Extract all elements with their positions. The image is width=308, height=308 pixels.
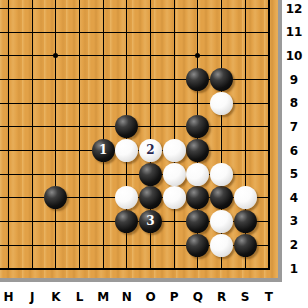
coord-label-s: S — [233, 289, 257, 305]
stone-black-s3 — [234, 210, 257, 233]
coord-label-5: 5 — [282, 166, 306, 182]
coord-label-r: R — [210, 289, 234, 305]
coord-label-l: L — [68, 289, 92, 305]
coord-label-n: N — [115, 289, 139, 305]
stone-black-q6 — [186, 139, 209, 162]
coord-label-p: P — [162, 289, 186, 305]
stone-white-p6 — [163, 139, 186, 162]
coord-label-k: K — [44, 289, 68, 305]
stone-black-q2 — [186, 234, 209, 257]
star-point — [53, 53, 58, 58]
grid-line — [79, 0, 80, 270]
stone-black-o3: 3 — [139, 210, 162, 233]
coord-label-9: 9 — [282, 72, 306, 88]
stone-white-p5 — [163, 163, 186, 186]
grid-line — [103, 0, 104, 270]
stone-black-s2 — [234, 234, 257, 257]
stone-white-r3 — [210, 210, 233, 233]
grid-line — [174, 0, 175, 270]
grid-line — [55, 0, 56, 270]
go-board[interactable]: 132 — [0, 0, 282, 282]
grid-line — [0, 55, 270, 56]
grid-line — [0, 32, 270, 33]
go-board-viewer: 132 121110987654321 HJKLMNOPQRST — [0, 0, 308, 308]
coord-label-3: 3 — [282, 213, 306, 229]
coord-label-4: 4 — [282, 190, 306, 206]
stone-black-q4 — [186, 186, 209, 209]
stone-white-r5 — [210, 163, 233, 186]
coord-label-q: Q — [186, 289, 210, 305]
coord-label-8: 8 — [282, 95, 306, 111]
stone-white-r2 — [210, 234, 233, 257]
stone-black-o5 — [139, 163, 162, 186]
grid-line — [32, 0, 33, 270]
stone-white-r8 — [210, 92, 233, 115]
stone-white-q5 — [186, 163, 209, 186]
stone-black-r4 — [210, 186, 233, 209]
coord-label-11: 11 — [282, 24, 306, 40]
coord-label-h: H — [0, 289, 21, 305]
coord-label-12: 12 — [282, 1, 306, 17]
stone-black-k4 — [44, 186, 67, 209]
star-point — [195, 53, 200, 58]
grid-line — [0, 8, 270, 9]
coord-label-7: 7 — [282, 119, 306, 135]
move-number-label: 1 — [92, 139, 115, 162]
coord-label-t: T — [257, 289, 281, 305]
coord-label-2: 2 — [282, 237, 306, 253]
move-number-label: 3 — [139, 210, 162, 233]
stone-black-q3 — [186, 210, 209, 233]
grid-line — [0, 268, 270, 270]
coord-label-j: J — [20, 289, 44, 305]
stone-white-n6 — [115, 139, 138, 162]
coord-label-1: 1 — [282, 261, 306, 277]
stone-white-o6: 2 — [139, 139, 162, 162]
move-number-label: 2 — [139, 139, 162, 162]
stone-black-q9 — [186, 68, 209, 91]
stone-white-n4 — [115, 186, 138, 209]
grid-line — [268, 0, 270, 270]
stone-white-s4 — [234, 186, 257, 209]
stone-black-m6: 1 — [92, 139, 115, 162]
coord-label-o: O — [139, 289, 163, 305]
stone-black-r9 — [210, 68, 233, 91]
coord-label-m: M — [91, 289, 115, 305]
stone-black-n3 — [115, 210, 138, 233]
stone-black-q7 — [186, 115, 209, 138]
stone-black-n7 — [115, 115, 138, 138]
coord-label-10: 10 — [282, 48, 306, 64]
stone-white-p4 — [163, 186, 186, 209]
coord-label-6: 6 — [282, 143, 306, 159]
grid-line — [8, 0, 9, 270]
stone-black-o4 — [139, 186, 162, 209]
